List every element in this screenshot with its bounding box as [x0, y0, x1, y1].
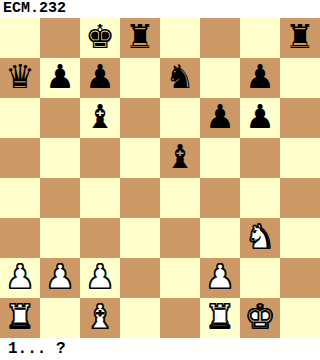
square-h2[interactable]	[280, 258, 320, 298]
square-b2[interactable]: ♟	[40, 258, 80, 298]
piece-black-pawn: ♟	[245, 97, 275, 137]
square-c5[interactable]	[80, 138, 120, 178]
square-a6[interactable]	[0, 98, 40, 138]
square-a5[interactable]	[0, 138, 40, 178]
square-c4[interactable]	[80, 178, 120, 218]
square-f6[interactable]: ♟	[200, 98, 240, 138]
square-a4[interactable]	[0, 178, 40, 218]
piece-white-pawn: ♟	[85, 257, 115, 297]
square-g2[interactable]	[240, 258, 280, 298]
square-f5[interactable]	[200, 138, 240, 178]
piece-white-bishop: ♝	[85, 297, 115, 337]
square-h6[interactable]	[280, 98, 320, 138]
square-g3[interactable]: ♞	[240, 218, 280, 258]
square-e1[interactable]	[160, 298, 200, 338]
square-f2[interactable]: ♟	[200, 258, 240, 298]
square-d6[interactable]	[120, 98, 160, 138]
piece-black-queen: ♛	[5, 57, 35, 97]
square-b8[interactable]	[40, 18, 80, 58]
square-g1[interactable]: ♚	[240, 298, 280, 338]
square-b1[interactable]	[40, 298, 80, 338]
square-c6[interactable]: ♝	[80, 98, 120, 138]
square-h3[interactable]	[280, 218, 320, 258]
square-f4[interactable]	[200, 178, 240, 218]
square-b7[interactable]: ♟	[40, 58, 80, 98]
square-g7[interactable]: ♟	[240, 58, 280, 98]
square-d2[interactable]	[120, 258, 160, 298]
piece-white-king: ♚	[245, 297, 275, 337]
chess-board: ♚♜♜♛♟♟♞♟♝♟♟♝♞♟♟♟♟♜♝♜♚	[0, 18, 320, 338]
square-b6[interactable]	[40, 98, 80, 138]
square-c3[interactable]	[80, 218, 120, 258]
piece-white-rook: ♜	[205, 297, 235, 337]
square-a3[interactable]	[0, 218, 40, 258]
piece-black-pawn: ♟	[45, 57, 75, 97]
square-e5[interactable]: ♝	[160, 138, 200, 178]
square-e8[interactable]	[160, 18, 200, 58]
piece-black-bishop: ♝	[85, 97, 115, 137]
square-b3[interactable]	[40, 218, 80, 258]
square-h5[interactable]	[280, 138, 320, 178]
square-a2[interactable]: ♟	[0, 258, 40, 298]
square-d3[interactable]	[120, 218, 160, 258]
piece-black-rook: ♜	[125, 17, 155, 57]
piece-black-pawn: ♟	[205, 97, 235, 137]
move-prompt: 1... ?	[0, 338, 320, 360]
puzzle-id-label: ECM.232	[0, 0, 320, 18]
square-a8[interactable]	[0, 18, 40, 58]
square-d1[interactable]	[120, 298, 160, 338]
square-b4[interactable]	[40, 178, 80, 218]
piece-white-pawn: ♟	[45, 257, 75, 297]
square-a7[interactable]: ♛	[0, 58, 40, 98]
square-c1[interactable]: ♝	[80, 298, 120, 338]
piece-black-pawn: ♟	[245, 57, 275, 97]
piece-white-knight: ♞	[245, 217, 275, 257]
square-a1[interactable]: ♜	[0, 298, 40, 338]
piece-black-pawn: ♟	[85, 57, 115, 97]
square-d5[interactable]	[120, 138, 160, 178]
square-e2[interactable]	[160, 258, 200, 298]
piece-black-knight: ♞	[165, 57, 195, 97]
square-c8[interactable]: ♚	[80, 18, 120, 58]
square-h7[interactable]	[280, 58, 320, 98]
square-c7[interactable]: ♟	[80, 58, 120, 98]
piece-black-king: ♚	[85, 17, 115, 57]
piece-white-pawn: ♟	[5, 257, 35, 297]
square-b5[interactable]	[40, 138, 80, 178]
square-d4[interactable]	[120, 178, 160, 218]
square-f3[interactable]	[200, 218, 240, 258]
square-g8[interactable]	[240, 18, 280, 58]
square-e7[interactable]: ♞	[160, 58, 200, 98]
square-h1[interactable]	[280, 298, 320, 338]
square-f7[interactable]	[200, 58, 240, 98]
square-d8[interactable]: ♜	[120, 18, 160, 58]
square-e6[interactable]	[160, 98, 200, 138]
piece-white-pawn: ♟	[205, 257, 235, 297]
square-g5[interactable]	[240, 138, 280, 178]
square-g6[interactable]: ♟	[240, 98, 280, 138]
square-d7[interactable]	[120, 58, 160, 98]
square-e3[interactable]	[160, 218, 200, 258]
piece-black-bishop: ♝	[165, 137, 195, 177]
square-h8[interactable]: ♜	[280, 18, 320, 58]
square-h4[interactable]	[280, 178, 320, 218]
square-g4[interactable]	[240, 178, 280, 218]
square-f1[interactable]: ♜	[200, 298, 240, 338]
square-f8[interactable]	[200, 18, 240, 58]
piece-black-rook: ♜	[285, 17, 315, 57]
piece-white-rook: ♜	[5, 297, 35, 337]
square-c2[interactable]: ♟	[80, 258, 120, 298]
square-e4[interactable]	[160, 178, 200, 218]
